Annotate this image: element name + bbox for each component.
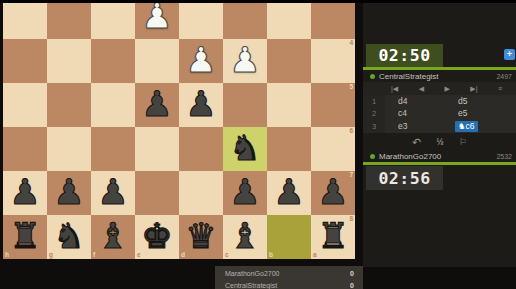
black-king-icon[interactable]: ♚ [141,219,172,254]
nav-next-icon[interactable]: ▶ [444,85,449,92]
square-f7[interactable]: ♟ [91,171,135,215]
square-h8[interactable]: ♜h [3,215,47,259]
file-label-e: e [137,252,141,259]
black-player-clock: 02:56 [366,166,443,190]
score-row: CentralStrategist0 [215,280,363,289]
square-c6[interactable]: ♞ [223,127,267,171]
white-player-row: CentralStrategist 2497 [363,70,516,82]
score-row: MarathonGo27000 [215,268,363,280]
square-g7[interactable]: ♟ [47,171,91,215]
square-g3[interactable] [47,0,91,39]
file-label-a: a [313,252,317,259]
rank-label-7: 7 [349,172,353,179]
square-c7[interactable]: ♟ [223,171,267,215]
move-row-3: 3e3♞c6 [363,120,516,133]
file-label-f: f [93,252,95,259]
move-list: 1d4d52c4e53e3♞c6 [363,95,516,133]
chess-board[interactable]: ♜♞♝♚♛♝♞♜1♟♟♟♟♟2♟3♟♟4♟♟5♞6♟♟♟♟♟♟7♜h♞g♝f♚e… [3,0,355,259]
black-knight-icon[interactable]: ♞ [229,131,260,166]
score-player-name: CentralStrategist [215,282,350,289]
white-pawn-icon[interactable]: ♟ [185,43,216,78]
square-f4[interactable] [91,39,135,83]
square-b4[interactable] [267,39,311,83]
move-number: 3 [363,120,385,133]
square-d6[interactable] [179,127,223,171]
nav-prev-icon[interactable]: ◀ [419,85,424,92]
square-d4[interactable]: ♟ [179,39,223,83]
square-a6[interactable]: 6 [311,127,355,171]
resign-button[interactable]: ⚐ [459,138,467,147]
square-c3[interactable] [223,0,267,39]
square-h3[interactable] [3,0,47,39]
file-label-g: g [49,252,53,259]
black-rook-icon[interactable]: ♜ [9,219,40,254]
square-b5[interactable] [267,83,311,127]
black-player-name[interactable]: MarathonGo2700 [379,152,496,161]
score-player-name: MarathonGo2700 [215,270,350,277]
black-pawn-icon[interactable]: ♟ [317,175,348,210]
black-player-row: MarathonGo2700 2532 [363,150,516,162]
square-a3[interactable]: 3 [311,0,355,39]
black-pawn-icon[interactable]: ♟ [185,87,216,122]
square-e6[interactable] [135,127,179,171]
add-time-button[interactable]: + [504,49,515,60]
online-dot-icon [370,74,375,79]
square-e5[interactable]: ♟ [135,83,179,127]
black-pawn-icon[interactable]: ♟ [229,175,260,210]
square-h6[interactable] [3,127,47,171]
online-dot-icon [370,154,375,159]
black-pawn-icon[interactable]: ♟ [53,175,84,210]
nav-last-icon[interactable]: ▶| [470,85,477,92]
file-label-c: c [225,252,229,259]
draw-offer-button[interactable]: ½ [436,138,444,147]
black-bishop-icon[interactable]: ♝ [229,219,260,254]
black-pawn-icon[interactable]: ♟ [141,87,172,122]
square-d5[interactable]: ♟ [179,83,223,127]
white-player-name[interactable]: CentralStrategist [379,72,496,81]
move-number: 1 [363,95,385,108]
move-number: 2 [363,108,385,121]
rank-label-4: 4 [349,40,353,47]
black-pawn-icon[interactable]: ♟ [9,175,40,210]
square-d7[interactable] [179,171,223,215]
square-f5[interactable] [91,83,135,127]
square-f6[interactable] [91,127,135,171]
square-b7[interactable]: ♟ [267,171,311,215]
square-f8[interactable]: ♝f [91,215,135,259]
black-player-rating: 2532 [496,153,512,160]
white-move[interactable]: d4 [395,96,410,107]
square-g5[interactable] [47,83,91,127]
square-c8[interactable]: ♝c [223,215,267,259]
white-player-clock: 02:50 [366,44,443,67]
square-a8[interactable]: ♜8a [311,215,355,259]
rank-label-8: 8 [349,216,353,223]
square-c5[interactable] [223,83,267,127]
file-label-h: h [5,252,9,259]
rank-label-5: 5 [349,84,353,91]
square-g4[interactable] [47,39,91,83]
square-g8[interactable]: ♞g [47,215,91,259]
nav-first-icon[interactable]: |◀ [391,85,398,92]
black-bishop-icon[interactable]: ♝ [97,219,128,254]
black-rook-icon[interactable]: ♜ [317,219,348,254]
square-a4[interactable]: 4 [311,39,355,83]
square-g6[interactable] [47,127,91,171]
white-move[interactable]: e3 [395,121,410,132]
takeback-button[interactable]: ↶ [412,137,421,148]
white-move[interactable]: c4 [395,108,410,119]
black-knight-icon[interactable]: ♞ [53,219,84,254]
white-pawn-icon[interactable]: ♟ [229,43,260,78]
move-row-2: 2c4e5 [363,108,516,121]
game-controls: ↶½⚐ [363,134,516,150]
black-time-bar [363,162,516,165]
letterbox-top-bar [0,0,516,3]
score-value: 0 [350,270,363,277]
square-h5[interactable] [3,83,47,127]
white-player-rating: 2497 [496,73,512,80]
square-d8[interactable]: ♛d [179,215,223,259]
square-f3[interactable] [91,0,135,39]
square-e8[interactable]: ♚e [135,215,179,259]
square-c4[interactable]: ♟ [223,39,267,83]
file-label-b: b [269,252,273,259]
square-e4[interactable] [135,39,179,83]
rank-label-6: 6 [349,128,353,135]
nav-menu-icon[interactable]: ≡ [498,85,502,92]
square-e7[interactable] [135,171,179,215]
square-h7[interactable]: ♟ [3,171,47,215]
square-h4[interactable] [3,39,47,83]
square-d3[interactable] [179,0,223,39]
score-value: 0 [350,282,363,289]
move-row-1: 1d4d5 [363,95,516,108]
game-sidebar: 02:50 + CentralStrategist 2497 |◀◀▶▶|≡ 1… [363,0,516,267]
black-queen-icon[interactable]: ♛ [185,219,216,254]
white-pawn-icon[interactable]: ♟ [141,0,172,34]
square-e3[interactable]: ♟ [135,0,179,39]
square-b3[interactable] [267,0,311,39]
black-move-active[interactable]: ♞c6 [455,121,478,132]
black-pawn-icon[interactable]: ♟ [97,175,128,210]
square-b6[interactable] [267,127,311,171]
black-pawn-icon[interactable]: ♟ [273,175,304,210]
move-nav-bar: |◀◀▶▶|≡ [363,82,516,95]
score-overlay-panel: MarathonGo27000CentralStrategist0 [215,266,363,289]
black-move[interactable]: e5 [455,108,470,119]
square-a7[interactable]: ♟7 [311,171,355,215]
file-label-d: d [181,252,185,259]
square-a5[interactable]: 5 [311,83,355,127]
square-b8[interactable]: b [267,215,311,259]
black-move[interactable]: d5 [455,96,470,107]
